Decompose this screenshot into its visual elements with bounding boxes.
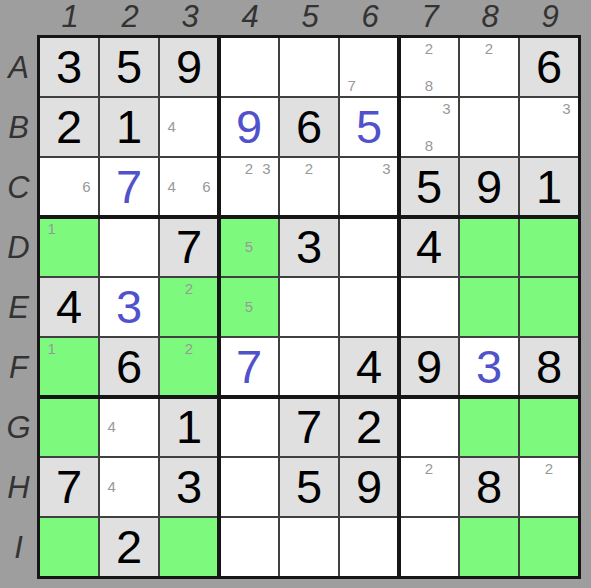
pencil-marks-C6: 3 xyxy=(340,158,398,216)
cell-F7[interactable]: 9 xyxy=(400,338,458,396)
pencil-marks-E3: 2 xyxy=(160,278,218,336)
pencil-marks-D4: 5 xyxy=(220,218,278,276)
pencil-digit-C5-2: 2 xyxy=(300,159,317,178)
cell-I8[interactable] xyxy=(460,518,518,576)
pencil-marks-H7: 2 xyxy=(400,458,458,516)
given-digit-C7: 5 xyxy=(416,158,442,216)
entered-digit-C2: 7 xyxy=(116,158,142,216)
cell-C4[interactable]: 23 xyxy=(220,158,278,216)
cell-E7[interactable] xyxy=(400,278,458,336)
pencil-marks-F1: 1 xyxy=(40,338,98,396)
given-digit-F7: 9 xyxy=(416,338,442,396)
cell-G8[interactable] xyxy=(460,398,518,456)
cell-I4[interactable] xyxy=(220,518,278,576)
col-label-4: 4 xyxy=(220,0,280,33)
cell-H3[interactable]: 3 xyxy=(160,458,218,516)
cell-D1[interactable]: 1 xyxy=(40,218,98,276)
pencil-digit-A7-2: 2 xyxy=(420,39,437,58)
pencil-marks-A7: 28 xyxy=(400,38,458,96)
cell-A3[interactable]: 9 xyxy=(160,38,218,96)
given-digit-H5: 5 xyxy=(296,458,322,516)
cell-E2[interactable]: 3 xyxy=(100,278,158,336)
given-digit-D5: 3 xyxy=(296,218,322,276)
given-digit-B2: 1 xyxy=(116,98,142,156)
row-label-I: I xyxy=(0,518,37,578)
cell-B9[interactable]: 3 xyxy=(520,98,578,156)
cell-I6[interactable] xyxy=(340,518,398,576)
pencil-digit-B9-3: 3 xyxy=(558,99,575,118)
given-digit-H1: 7 xyxy=(56,458,82,516)
cell-E1[interactable]: 4 xyxy=(40,278,98,336)
cell-D4[interactable]: 5 xyxy=(220,218,278,276)
cell-C6[interactable]: 3 xyxy=(340,158,398,216)
cell-C1[interactable]: 6 xyxy=(40,158,98,216)
row-label-G: G xyxy=(0,398,37,458)
pencil-digit-F1-1: 1 xyxy=(43,339,60,358)
pencil-marks-C5: 2 xyxy=(280,158,338,216)
cell-E6[interactable] xyxy=(340,278,398,336)
given-digit-F9: 8 xyxy=(536,338,562,396)
cell-G2[interactable]: 4 xyxy=(100,398,158,456)
pencil-marks-H2: 4 xyxy=(100,458,158,516)
pencil-digit-A6-7: 7 xyxy=(343,76,360,95)
sudoku-grid: 3597282621496538367462323591175344325162… xyxy=(37,35,581,579)
given-digit-B5: 6 xyxy=(296,98,322,156)
given-digit-G6: 2 xyxy=(356,398,382,456)
cell-B5[interactable]: 6 xyxy=(280,98,338,156)
pencil-marks-A8: 2 xyxy=(460,38,518,96)
given-digit-F6: 4 xyxy=(356,338,382,396)
cell-A5[interactable] xyxy=(280,38,338,96)
pencil-marks-C4: 23 xyxy=(220,158,278,216)
cell-F6[interactable]: 4 xyxy=(340,338,398,396)
given-digit-H3: 3 xyxy=(176,458,202,516)
cell-I7[interactable] xyxy=(400,518,458,576)
cell-E9[interactable] xyxy=(520,278,578,336)
entered-digit-F8: 3 xyxy=(476,338,502,396)
cell-G5[interactable]: 7 xyxy=(280,398,338,456)
pencil-digit-C1-6: 6 xyxy=(78,178,95,197)
cell-H4[interactable] xyxy=(220,458,278,516)
cell-D5[interactable]: 3 xyxy=(280,218,338,276)
pencil-digit-D4-5: 5 xyxy=(240,238,257,257)
given-digit-B1: 2 xyxy=(56,98,82,156)
column-labels: 123456789 xyxy=(40,0,580,33)
cell-A6[interactable]: 7 xyxy=(340,38,398,96)
given-digit-H8: 8 xyxy=(476,458,502,516)
row-label-B: B xyxy=(0,98,37,158)
cell-I3[interactable] xyxy=(160,518,218,576)
cell-H1[interactable]: 7 xyxy=(40,458,98,516)
col-label-9: 9 xyxy=(520,0,580,33)
pencil-digit-C3-6: 6 xyxy=(198,178,215,197)
pencil-marks-B3: 4 xyxy=(160,98,218,156)
cell-G6[interactable]: 2 xyxy=(340,398,398,456)
cell-A1[interactable]: 3 xyxy=(40,38,98,96)
cell-F8[interactable]: 3 xyxy=(460,338,518,396)
cell-G9[interactable] xyxy=(520,398,578,456)
pencil-digit-H9-2: 2 xyxy=(540,459,557,478)
pencil-digit-B7-8: 8 xyxy=(420,136,437,155)
cell-A4[interactable] xyxy=(220,38,278,96)
cell-H2[interactable]: 4 xyxy=(100,458,158,516)
cell-H9[interactable]: 2 xyxy=(520,458,578,516)
entered-digit-B6: 5 xyxy=(356,98,382,156)
col-label-3: 3 xyxy=(160,0,220,33)
pencil-digit-C3-4: 4 xyxy=(163,178,180,197)
given-digit-I2: 2 xyxy=(116,518,142,576)
pencil-marks-A6: 7 xyxy=(340,38,398,96)
cell-C2[interactable]: 7 xyxy=(100,158,158,216)
given-digit-C8: 9 xyxy=(476,158,502,216)
pencil-digit-A8-2: 2 xyxy=(480,39,497,58)
cell-I1[interactable] xyxy=(40,518,98,576)
cell-B6[interactable]: 5 xyxy=(340,98,398,156)
cell-B3[interactable]: 4 xyxy=(160,98,218,156)
cell-I2[interactable]: 2 xyxy=(100,518,158,576)
given-digit-G5: 7 xyxy=(296,398,322,456)
sudoku-app: { "game": "sudoku", "position": { "curre… xyxy=(0,0,591,588)
given-digit-F2: 6 xyxy=(116,338,142,396)
row-label-A: A xyxy=(0,38,37,98)
cell-E5[interactable] xyxy=(280,278,338,336)
pencil-marks-H9: 2 xyxy=(520,458,578,516)
given-digit-A3: 9 xyxy=(176,38,202,96)
cell-H7[interactable]: 2 xyxy=(400,458,458,516)
pencil-digit-B3-4: 4 xyxy=(163,118,180,137)
cell-G1[interactable] xyxy=(40,398,98,456)
pencil-digit-H7-2: 2 xyxy=(420,459,437,478)
cell-C8[interactable]: 9 xyxy=(460,158,518,216)
row-label-F: F xyxy=(0,338,37,398)
pencil-digit-E4-5: 5 xyxy=(240,298,257,317)
cell-C9[interactable]: 1 xyxy=(520,158,578,216)
pencil-digit-E3-2: 2 xyxy=(180,279,197,298)
col-label-5: 5 xyxy=(280,0,340,33)
pencil-digit-B7-3: 3 xyxy=(438,99,455,118)
entered-digit-E2: 3 xyxy=(116,278,142,336)
cell-B7[interactable]: 38 xyxy=(400,98,458,156)
pencil-digit-F3-2: 2 xyxy=(180,339,197,358)
row-label-D: D xyxy=(0,218,37,278)
cell-B8[interactable] xyxy=(460,98,518,156)
pencil-marks-D1: 1 xyxy=(40,218,98,276)
cell-D8[interactable] xyxy=(460,218,518,276)
row-label-H: H xyxy=(0,458,37,518)
cell-E3[interactable]: 2 xyxy=(160,278,218,336)
pencil-digit-C4-3: 3 xyxy=(258,159,275,178)
pencil-digit-C4-2: 2 xyxy=(240,159,257,178)
cell-G3[interactable]: 1 xyxy=(160,398,218,456)
cell-F9[interactable]: 8 xyxy=(520,338,578,396)
cell-F5[interactable] xyxy=(280,338,338,396)
cell-F1[interactable]: 1 xyxy=(40,338,98,396)
pencil-marks-E4: 5 xyxy=(220,278,278,336)
cell-D3[interactable]: 7 xyxy=(160,218,218,276)
pencil-digit-H2-4: 4 xyxy=(103,478,120,497)
row-labels: ABCDEFGHI xyxy=(0,38,37,578)
cell-A8[interactable]: 2 xyxy=(460,38,518,96)
cell-E8[interactable] xyxy=(460,278,518,336)
cell-B1[interactable]: 2 xyxy=(40,98,98,156)
cell-D9[interactable] xyxy=(520,218,578,276)
row-label-C: C xyxy=(0,158,37,218)
pencil-marks-C1: 6 xyxy=(40,158,98,216)
pencil-marks-G2: 4 xyxy=(100,398,158,456)
col-label-6: 6 xyxy=(340,0,400,33)
cell-F2[interactable]: 6 xyxy=(100,338,158,396)
row-label-E: E xyxy=(0,278,37,338)
cell-H6[interactable]: 9 xyxy=(340,458,398,516)
col-label-1: 1 xyxy=(40,0,100,33)
given-digit-H6: 9 xyxy=(356,458,382,516)
cell-B4[interactable]: 9 xyxy=(220,98,278,156)
pencil-marks-B9: 3 xyxy=(520,98,578,156)
pencil-marks-B7: 38 xyxy=(400,98,458,156)
pencil-marks-F3: 2 xyxy=(160,338,218,396)
cell-H8[interactable]: 8 xyxy=(460,458,518,516)
cell-G4[interactable] xyxy=(220,398,278,456)
entered-digit-F4: 7 xyxy=(236,338,262,396)
pencil-digit-C6-3: 3 xyxy=(378,159,395,178)
cell-G7[interactable] xyxy=(400,398,458,456)
pencil-digit-G2-4: 4 xyxy=(103,418,120,437)
cell-D6[interactable] xyxy=(340,218,398,276)
given-digit-E1: 4 xyxy=(56,278,82,336)
given-digit-A1: 3 xyxy=(56,38,82,96)
given-digit-A9: 6 xyxy=(536,38,562,96)
cell-A7[interactable]: 28 xyxy=(400,38,458,96)
cell-A9[interactable]: 6 xyxy=(520,38,578,96)
entered-digit-B4: 9 xyxy=(236,98,262,156)
cell-C7[interactable]: 5 xyxy=(400,158,458,216)
given-digit-A2: 5 xyxy=(116,38,142,96)
given-digit-C9: 1 xyxy=(536,158,562,216)
cell-D7[interactable]: 4 xyxy=(400,218,458,276)
pencil-digit-A7-8: 8 xyxy=(420,76,437,95)
cell-B2[interactable]: 1 xyxy=(100,98,158,156)
given-digit-D7: 4 xyxy=(416,218,442,276)
cell-I5[interactable] xyxy=(280,518,338,576)
pencil-marks-C3: 46 xyxy=(160,158,218,216)
cell-C5[interactable]: 2 xyxy=(280,158,338,216)
col-label-2: 2 xyxy=(100,0,160,33)
cell-H5[interactable]: 5 xyxy=(280,458,338,516)
cell-E4[interactable]: 5 xyxy=(220,278,278,336)
cell-I9[interactable] xyxy=(520,518,578,576)
cell-A2[interactable]: 5 xyxy=(100,38,158,96)
cell-C3[interactable]: 46 xyxy=(160,158,218,216)
col-label-7: 7 xyxy=(400,0,460,33)
cell-D2[interactable] xyxy=(100,218,158,276)
col-label-8: 8 xyxy=(460,0,520,33)
given-digit-D3: 7 xyxy=(176,218,202,276)
cell-F3[interactable]: 2 xyxy=(160,338,218,396)
pencil-digit-D1-1: 1 xyxy=(43,219,60,238)
cell-F4[interactable]: 7 xyxy=(220,338,278,396)
given-digit-G3: 1 xyxy=(176,398,202,456)
